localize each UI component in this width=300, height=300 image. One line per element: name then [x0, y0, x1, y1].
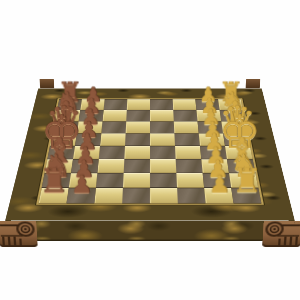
piece-copper-pawn: ♟ — [70, 172, 92, 196]
board-square: ♜ — [231, 188, 261, 204]
board-square — [126, 121, 150, 133]
board-square — [124, 146, 150, 159]
board-square — [150, 159, 176, 173]
chess-board: ♜♟♟♜♞♟♟♞♝♟♟♝♛♟♟♛♚♟♟♚♝♟♟♝♞♟♟♞♜♟♟♜ — [39, 99, 262, 203]
board-square — [97, 159, 124, 173]
board-left-edge — [5, 88, 39, 239]
board-square — [122, 188, 150, 204]
board-square — [174, 133, 200, 146]
playing-field-rim: ♜♟♟♜♞♟♟♞♝♟♟♝♛♟♟♛♚♟♟♚♝♟♟♝♞♟♟♞♜♟♟♜ — [36, 98, 264, 204]
board-square — [99, 146, 125, 159]
board-square — [176, 159, 203, 173]
board-square: ♜ — [39, 188, 69, 204]
board-square — [102, 110, 126, 121]
piece-gold-rook: ♜ — [232, 164, 262, 197]
board-square — [150, 110, 174, 121]
board-back-foot-right — [246, 79, 261, 89]
board-square — [94, 188, 123, 204]
board-square — [125, 133, 150, 146]
board-square — [150, 188, 178, 204]
board-square: ♟ — [204, 188, 233, 204]
board-square — [123, 173, 150, 188]
board-back-foot-left — [40, 79, 55, 89]
board-square: ♟ — [66, 188, 95, 204]
board-square — [124, 159, 150, 173]
board-square — [175, 146, 201, 159]
board-square — [150, 146, 176, 159]
board-right-edge — [261, 88, 295, 239]
board-square — [150, 121, 174, 133]
board-square — [150, 133, 175, 146]
board-square — [101, 121, 126, 133]
board-square — [176, 173, 204, 188]
board-foot-front-right — [262, 221, 300, 247]
board-front-edge — [3, 221, 297, 242]
ionic-scroll-icon — [262, 221, 300, 247]
board-square — [96, 173, 124, 188]
board-square — [127, 99, 150, 110]
board-square — [174, 121, 199, 133]
board-square — [150, 173, 177, 188]
chess-set-photo: ♜♟♟♜♞♟♟♞♝♟♟♝♛♟♟♛♚♟♟♚♝♟♟♝♞♟♟♞♜♟♟♜ — [0, 0, 300, 300]
board-square — [173, 99, 197, 110]
chess-set: ♜♟♟♜♞♟♟♞♝♟♟♝♛♟♟♛♚♟♟♚♝♟♟♝♞♟♟♞♜♟♟♜ — [5, 88, 294, 220]
board-square — [173, 110, 197, 121]
board-square — [126, 110, 150, 121]
board-square — [104, 99, 128, 110]
piece-gold-pawn: ♟ — [208, 172, 230, 196]
board-square — [150, 99, 173, 110]
piece-copper-rook: ♜ — [39, 164, 69, 197]
board-square — [177, 188, 206, 204]
board-square — [100, 133, 126, 146]
board-frame: ♜♟♟♜♞♟♟♞♝♟♟♝♛♟♟♛♚♟♟♚♝♟♟♝♞♟♟♞♜♟♟♜ — [5, 88, 294, 220]
